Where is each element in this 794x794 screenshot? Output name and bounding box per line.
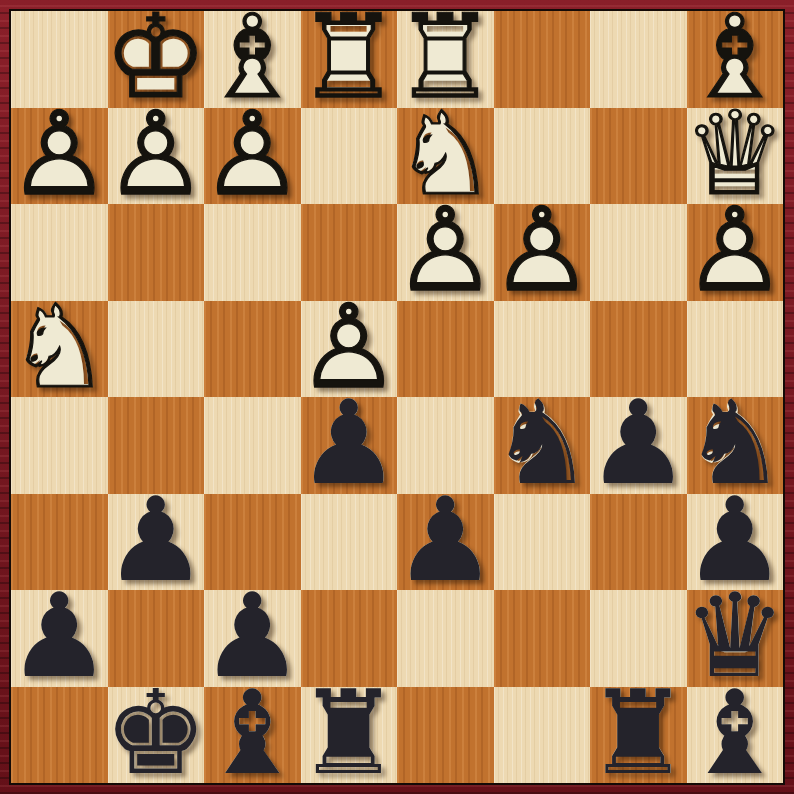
piece-black-bishop[interactable]: ♗♝ (687, 687, 784, 784)
square-f4[interactable] (204, 301, 301, 398)
pawn-glyph-outline: ♙ (108, 106, 205, 203)
square-e2[interactable] (301, 108, 398, 205)
square-f5[interactable] (204, 397, 301, 494)
square-d3[interactable]: ♟♙ (397, 204, 494, 301)
knight-glyph-outline: ♘ (11, 299, 108, 396)
piece-black-bishop[interactable]: ♗♝ (204, 687, 301, 784)
rook-glyph-outline: ♖ (301, 9, 398, 106)
square-g3[interactable] (108, 204, 205, 301)
bishop-glyph-outline: ♝ (204, 685, 301, 782)
piece-white-pawn[interactable]: ♟♙ (397, 204, 494, 301)
bishop-glyph-outline: ♝ (687, 685, 784, 782)
square-g8[interactable]: ♔♚ (108, 687, 205, 784)
pawn-glyph-outline: ♙ (204, 106, 301, 203)
square-b1[interactable] (590, 11, 687, 108)
piece-black-pawn[interactable]: ♙♟ (11, 590, 108, 687)
board-frame: ♚♔♝♗♜♖♜♖♝♗♟♙♟♙♟♙♞♘♛♕♟♙♟♙♟♙♞♘♟♙♙♟♘♞♙♟♘♞♙♟… (0, 0, 794, 794)
pawn-glyph-outline: ♟ (397, 492, 494, 589)
piece-black-pawn[interactable]: ♙♟ (590, 397, 687, 494)
square-c1[interactable] (494, 11, 591, 108)
square-d8[interactable] (397, 687, 494, 784)
square-b8[interactable]: ♖♜ (590, 687, 687, 784)
rook-glyph-outline: ♜ (590, 685, 687, 782)
piece-white-pawn[interactable]: ♟♙ (204, 108, 301, 205)
pawn-glyph-outline: ♟ (301, 395, 398, 492)
chess-board: ♚♔♝♗♜♖♜♖♝♗♟♙♟♙♟♙♞♘♛♕♟♙♟♙♟♙♞♘♟♙♙♟♘♞♙♟♘♞♙♟… (9, 9, 785, 785)
square-c5[interactable]: ♘♞ (494, 397, 591, 494)
piece-black-king[interactable]: ♔♚ (108, 687, 205, 784)
piece-black-knight[interactable]: ♘♞ (494, 397, 591, 494)
square-g6[interactable]: ♙♟ (108, 494, 205, 591)
piece-white-rook[interactable]: ♜♖ (301, 11, 398, 108)
piece-black-pawn[interactable]: ♙♟ (301, 397, 398, 494)
square-h5[interactable] (11, 397, 108, 494)
pawn-glyph-outline: ♟ (108, 492, 205, 589)
piece-white-pawn[interactable]: ♟♙ (108, 108, 205, 205)
square-h8[interactable] (11, 687, 108, 784)
piece-white-pawn[interactable]: ♟♙ (494, 204, 591, 301)
rook-glyph-outline: ♜ (301, 685, 398, 782)
square-g4[interactable] (108, 301, 205, 398)
piece-black-pawn[interactable]: ♙♟ (397, 494, 494, 591)
square-d6[interactable]: ♙♟ (397, 494, 494, 591)
square-e8[interactable]: ♖♜ (301, 687, 398, 784)
piece-white-pawn[interactable]: ♟♙ (11, 108, 108, 205)
piece-black-rook[interactable]: ♖♜ (301, 687, 398, 784)
square-e1[interactable]: ♜♖ (301, 11, 398, 108)
square-b5[interactable]: ♙♟ (590, 397, 687, 494)
square-f8[interactable]: ♗♝ (204, 687, 301, 784)
square-b6[interactable] (590, 494, 687, 591)
square-b2[interactable] (590, 108, 687, 205)
square-h4[interactable]: ♞♘ (11, 301, 108, 398)
pawn-glyph-outline: ♙ (687, 202, 784, 299)
king-glyph-outline: ♚ (108, 685, 205, 782)
square-a3[interactable]: ♟♙ (687, 204, 784, 301)
square-h2[interactable]: ♟♙ (11, 108, 108, 205)
piece-white-knight[interactable]: ♞♘ (11, 301, 108, 398)
square-b3[interactable] (590, 204, 687, 301)
square-g2[interactable]: ♟♙ (108, 108, 205, 205)
square-h7[interactable]: ♙♟ (11, 590, 108, 687)
piece-white-pawn[interactable]: ♟♙ (687, 204, 784, 301)
square-d7[interactable] (397, 590, 494, 687)
square-e6[interactable] (301, 494, 398, 591)
square-c8[interactable] (494, 687, 591, 784)
square-d4[interactable] (397, 301, 494, 398)
square-a8[interactable]: ♗♝ (687, 687, 784, 784)
square-f2[interactable]: ♟♙ (204, 108, 301, 205)
square-c7[interactable] (494, 590, 591, 687)
square-f3[interactable] (204, 204, 301, 301)
pawn-glyph-outline: ♙ (397, 202, 494, 299)
pawn-glyph-outline: ♟ (11, 588, 108, 685)
pawn-glyph-outline: ♟ (590, 395, 687, 492)
pawn-glyph-outline: ♙ (11, 106, 108, 203)
knight-glyph-outline: ♞ (494, 395, 591, 492)
square-c3[interactable]: ♟♙ (494, 204, 591, 301)
square-c6[interactable] (494, 494, 591, 591)
piece-black-pawn[interactable]: ♙♟ (108, 494, 205, 591)
square-e5[interactable]: ♙♟ (301, 397, 398, 494)
pawn-glyph-outline: ♙ (494, 202, 591, 299)
piece-black-rook[interactable]: ♖♜ (590, 687, 687, 784)
